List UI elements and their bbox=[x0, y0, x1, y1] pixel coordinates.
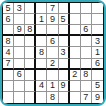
cell-r7c9[interactable] bbox=[92, 70, 103, 81]
cell-r8c9[interactable]: 5 bbox=[92, 81, 103, 92]
cell-r6c9[interactable]: 6 bbox=[92, 59, 103, 70]
cell-r6c3[interactable] bbox=[25, 59, 36, 70]
cell-r9c2[interactable] bbox=[14, 92, 25, 103]
cell-r8c1[interactable] bbox=[3, 81, 14, 92]
cell-r5c8[interactable] bbox=[81, 47, 92, 58]
cell-r7c1[interactable] bbox=[3, 70, 14, 81]
cell-r2c7[interactable] bbox=[70, 14, 81, 25]
cell-r6c8[interactable] bbox=[81, 59, 92, 70]
cell-r5c1[interactable]: 4 bbox=[3, 47, 14, 58]
cell-r3c6[interactable] bbox=[59, 25, 70, 36]
cell-r2c6[interactable]: 5 bbox=[59, 14, 70, 25]
cell-r3c5[interactable] bbox=[47, 25, 58, 36]
cell-r6c5[interactable]: 2 bbox=[47, 59, 58, 70]
cell-r3c9[interactable] bbox=[92, 25, 103, 36]
cell-r4c7[interactable] bbox=[70, 36, 81, 47]
cell-r9c3[interactable] bbox=[25, 92, 36, 103]
cell-r5c9[interactable]: 1 bbox=[92, 47, 103, 58]
cell-r1c1[interactable]: 5 bbox=[3, 3, 14, 14]
cell-r4c5[interactable]: 6 bbox=[47, 36, 58, 47]
cell-r7c3[interactable] bbox=[25, 70, 36, 81]
cell-r3c3[interactable]: 8 bbox=[25, 25, 36, 36]
cell-r6c2[interactable] bbox=[14, 59, 25, 70]
cell-r4c8[interactable] bbox=[81, 36, 92, 47]
cell-r9c1[interactable] bbox=[3, 92, 14, 103]
cell-r1c7[interactable] bbox=[70, 3, 81, 14]
sudoku-board: 537619598686348317266284195879 bbox=[0, 0, 106, 106]
cell-r9c8[interactable]: 7 bbox=[81, 92, 92, 103]
cell-r5c5[interactable] bbox=[47, 47, 58, 58]
cell-r7c6[interactable] bbox=[59, 70, 70, 81]
cell-r4c3[interactable] bbox=[25, 36, 36, 47]
cell-r2c4[interactable]: 1 bbox=[36, 14, 47, 25]
cell-r5c4[interactable]: 8 bbox=[36, 47, 47, 58]
cell-r8c5[interactable]: 1 bbox=[47, 81, 58, 92]
cell-r8c8[interactable] bbox=[81, 81, 92, 92]
cell-r5c3[interactable] bbox=[25, 47, 36, 58]
cell-r3c4[interactable] bbox=[36, 25, 47, 36]
cell-r2c9[interactable] bbox=[92, 14, 103, 25]
cell-r3c7[interactable] bbox=[70, 25, 81, 36]
cell-r5c7[interactable] bbox=[70, 47, 81, 58]
cell-r6c6[interactable] bbox=[59, 59, 70, 70]
cell-r8c6[interactable]: 9 bbox=[59, 81, 70, 92]
cell-r3c1[interactable] bbox=[3, 25, 14, 36]
cell-r1c2[interactable]: 3 bbox=[14, 3, 25, 14]
cell-r3c8[interactable]: 6 bbox=[81, 25, 92, 36]
cell-r4c4[interactable] bbox=[36, 36, 47, 47]
cell-r9c5[interactable]: 8 bbox=[47, 92, 58, 103]
cell-r9c4[interactable] bbox=[36, 92, 47, 103]
cell-r1c9[interactable] bbox=[92, 3, 103, 14]
cell-r6c1[interactable]: 7 bbox=[3, 59, 14, 70]
cell-r9c6[interactable] bbox=[59, 92, 70, 103]
cell-r1c8[interactable] bbox=[81, 3, 92, 14]
cell-r7c2[interactable]: 6 bbox=[14, 70, 25, 81]
sudoku-grid: 537619598686348317266284195879 bbox=[2, 2, 104, 104]
cell-r7c8[interactable]: 8 bbox=[81, 70, 92, 81]
cell-r4c9[interactable]: 3 bbox=[92, 36, 103, 47]
cell-r8c7[interactable] bbox=[70, 81, 81, 92]
cell-r4c6[interactable] bbox=[59, 36, 70, 47]
cell-r4c2[interactable] bbox=[14, 36, 25, 47]
cell-r8c3[interactable] bbox=[25, 81, 36, 92]
cell-r2c5[interactable]: 9 bbox=[47, 14, 58, 25]
cell-r1c6[interactable] bbox=[59, 3, 70, 14]
cell-r1c5[interactable]: 7 bbox=[47, 3, 58, 14]
cell-r1c4[interactable] bbox=[36, 3, 47, 14]
cell-r6c4[interactable] bbox=[36, 59, 47, 70]
cell-r7c7[interactable]: 2 bbox=[70, 70, 81, 81]
cell-r7c5[interactable] bbox=[47, 70, 58, 81]
cell-r3c2[interactable]: 9 bbox=[14, 25, 25, 36]
cell-r7c4[interactable] bbox=[36, 70, 47, 81]
cell-r5c6[interactable]: 3 bbox=[59, 47, 70, 58]
cell-r9c9[interactable]: 9 bbox=[92, 92, 103, 103]
cell-r8c2[interactable] bbox=[14, 81, 25, 92]
cell-r2c1[interactable]: 6 bbox=[3, 14, 14, 25]
cell-r6c7[interactable] bbox=[70, 59, 81, 70]
cell-r8c4[interactable]: 4 bbox=[36, 81, 47, 92]
cell-r9c7[interactable] bbox=[70, 92, 81, 103]
cell-r5c2[interactable] bbox=[14, 47, 25, 58]
cell-r1c3[interactable] bbox=[25, 3, 36, 14]
cell-r4c1[interactable]: 8 bbox=[3, 36, 14, 47]
